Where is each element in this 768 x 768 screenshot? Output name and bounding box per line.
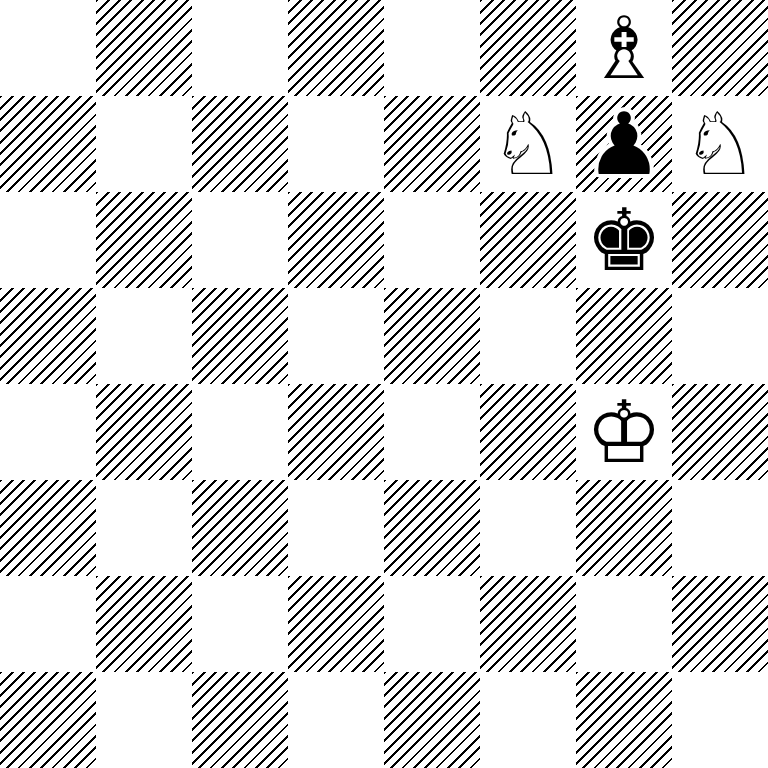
square-g1[interactable] [576,672,672,768]
square-b1[interactable] [96,672,192,768]
square-e5[interactable] [384,288,480,384]
square-c2[interactable] [192,576,288,672]
piece-white-knight[interactable]: ♘ [489,96,566,192]
square-c4[interactable] [192,384,288,480]
square-h5[interactable] [672,288,768,384]
square-e8[interactable] [384,0,480,96]
square-g2[interactable] [576,576,672,672]
square-b2[interactable] [96,576,192,672]
square-b3[interactable] [96,480,192,576]
square-e2[interactable] [384,576,480,672]
square-c5[interactable] [192,288,288,384]
square-a5[interactable] [0,288,96,384]
square-a2[interactable] [0,576,96,672]
square-g6[interactable]: ♚ [576,192,672,288]
square-h2[interactable] [672,576,768,672]
piece-white-bishop[interactable]: ♗ [585,0,662,96]
square-a8[interactable] [0,0,96,96]
square-b4[interactable] [96,384,192,480]
square-b8[interactable] [96,0,192,96]
square-a7[interactable] [0,96,96,192]
square-e1[interactable] [384,672,480,768]
piece-black-pawn[interactable]: ♟ [585,96,662,192]
square-e3[interactable] [384,480,480,576]
square-a4[interactable] [0,384,96,480]
square-b7[interactable] [96,96,192,192]
square-g8[interactable]: ♗ [576,0,672,96]
square-e7[interactable] [384,96,480,192]
square-h3[interactable] [672,480,768,576]
square-f6[interactable] [480,192,576,288]
square-d2[interactable] [288,576,384,672]
square-c6[interactable] [192,192,288,288]
square-b5[interactable] [96,288,192,384]
square-h4[interactable] [672,384,768,480]
square-d6[interactable] [288,192,384,288]
square-g4[interactable]: ♔ [576,384,672,480]
square-f5[interactable] [480,288,576,384]
square-d8[interactable] [288,0,384,96]
square-c7[interactable] [192,96,288,192]
square-h8[interactable] [672,0,768,96]
piece-white-knight[interactable]: ♘ [681,96,758,192]
square-g7[interactable]: ♟ [576,96,672,192]
square-a3[interactable] [0,480,96,576]
square-f8[interactable] [480,0,576,96]
square-f2[interactable] [480,576,576,672]
square-f7[interactable]: ♘ [480,96,576,192]
square-e6[interactable] [384,192,480,288]
square-f3[interactable] [480,480,576,576]
square-c3[interactable] [192,480,288,576]
square-f1[interactable] [480,672,576,768]
square-h6[interactable] [672,192,768,288]
square-h7[interactable]: ♘ [672,96,768,192]
square-d7[interactable] [288,96,384,192]
square-g5[interactable] [576,288,672,384]
square-h1[interactable] [672,672,768,768]
square-g3[interactable] [576,480,672,576]
square-a6[interactable] [0,192,96,288]
square-d4[interactable] [288,384,384,480]
chess-board: ♗♘♟♘♚♔ [0,0,768,768]
piece-white-king[interactable]: ♔ [585,384,662,480]
square-a1[interactable] [0,672,96,768]
square-c1[interactable] [192,672,288,768]
square-e4[interactable] [384,384,480,480]
square-d1[interactable] [288,672,384,768]
square-c8[interactable] [192,0,288,96]
piece-black-king[interactable]: ♚ [585,192,662,288]
square-f4[interactable] [480,384,576,480]
square-d3[interactable] [288,480,384,576]
square-b6[interactable] [96,192,192,288]
square-d5[interactable] [288,288,384,384]
